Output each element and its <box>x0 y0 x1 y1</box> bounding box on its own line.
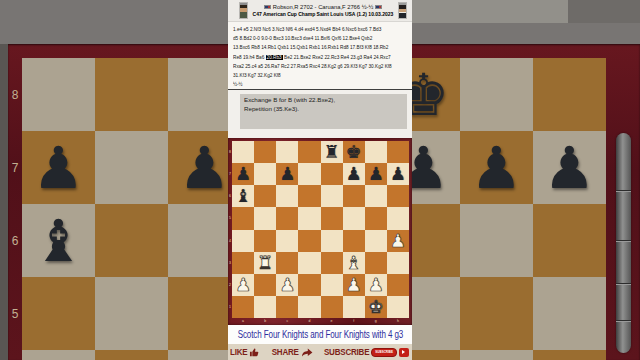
screenshot-root: 8765 ♚♟♟♟♟♟♝ Robson,R 2702 - Caruana,F 2… <box>0 0 640 360</box>
players-result-line: Robson,R 2702 - Caruana,F 2766 ½-½ <box>250 4 396 11</box>
square-a5 <box>232 207 254 229</box>
square-g4 <box>365 230 387 252</box>
us-flag-icon <box>375 5 382 9</box>
background-square <box>95 58 168 131</box>
move-line: Re8 19.h4 Ba6 20.Rb3 Be2 21.Bxe2 Rxe2 22… <box>233 53 409 62</box>
square-h8 <box>387 141 409 163</box>
square-a3 <box>232 252 254 274</box>
square-a6: ♝ <box>232 185 254 207</box>
square-d7 <box>298 163 320 185</box>
square-e5 <box>321 207 343 229</box>
piece-a7: ♟ <box>235 165 251 183</box>
background-square <box>460 350 533 360</box>
piece-f8: ♚ <box>346 143 362 161</box>
move-line: 31.Kf3 Kg7 32.Kg2 Kf8 <box>233 71 409 80</box>
square-a7: ♟ <box>232 163 254 185</box>
current-move-highlight: 20.Rb3 <box>266 55 283 60</box>
square-h1 <box>387 296 409 318</box>
square-g2: ♟ <box>365 274 387 296</box>
annotation-box: Exchange B for B (with 22.Bxe2), Repetit… <box>240 94 407 129</box>
youtube-icon[interactable] <box>399 348 409 357</box>
square-h4: ♟ <box>387 230 409 252</box>
square-f7: ♟ <box>343 163 365 185</box>
background-piece: ♝ <box>22 204 95 277</box>
like-button[interactable]: LIKE <box>230 347 260 357</box>
move-list: 1.e4 e5 2.Nf3 Nc6 3.Nc3 Nf6 4.d4 exd4 5.… <box>228 22 412 89</box>
background-square <box>22 350 95 360</box>
background-rank-label-6: 6 <box>8 204 22 277</box>
square-h2 <box>387 274 409 296</box>
move-line: ½-½ <box>233 80 409 89</box>
us-flag-icon <box>264 5 271 9</box>
background-square <box>22 58 95 131</box>
file-label-g: g <box>365 318 387 325</box>
background-square <box>95 131 168 204</box>
square-b7 <box>254 163 276 185</box>
background-square <box>533 277 606 350</box>
background-square <box>95 277 168 350</box>
panel-gap <box>228 131 412 138</box>
square-c5 <box>276 207 298 229</box>
square-f3: ♝ <box>343 252 365 274</box>
square-h3 <box>387 252 409 274</box>
square-d8 <box>298 141 320 163</box>
square-e6 <box>321 185 343 207</box>
game-header: Robson,R 2702 - Caruana,F 2766 ½-½ C47 A… <box>228 0 412 22</box>
piece-b3: ♜ <box>257 253 273 271</box>
background-square <box>533 350 606 360</box>
background-piece: ♟ <box>22 131 95 204</box>
background-toolbar <box>412 0 568 23</box>
background-square <box>533 58 606 131</box>
actions-bar: LIKE SHARE SUBSCRIBE SUBSCRIBE <box>228 344 412 360</box>
players-result: Robson,R 2702 - Caruana,F 2766 ½-½ <box>273 4 374 11</box>
game-panel: Robson,R 2702 - Caruana,F 2766 ½-½ C47 A… <box>228 0 412 360</box>
background-square <box>533 204 606 277</box>
square-d5 <box>298 207 320 229</box>
square-h7: ♟ <box>387 163 409 185</box>
background-left-edge <box>0 44 8 360</box>
piece-g7: ♟ <box>368 165 384 183</box>
square-b8 <box>254 141 276 163</box>
square-d1 <box>298 296 320 318</box>
white-player-photo <box>239 2 248 19</box>
square-a8 <box>232 141 254 163</box>
background-square <box>460 277 533 350</box>
file-label-c: c <box>276 318 298 325</box>
scroll-bar[interactable] <box>616 133 631 353</box>
file-label-b: b <box>254 318 276 325</box>
square-f5 <box>343 207 365 229</box>
background-square <box>95 204 168 277</box>
annotation-line-2: Repetition (35.Ke3). <box>244 105 403 114</box>
square-d6 <box>298 185 320 207</box>
square-c1 <box>276 296 298 318</box>
file-label-h: h <box>387 318 409 325</box>
square-a2: ♟ <box>232 274 254 296</box>
square-g8 <box>365 141 387 163</box>
share-label: SHARE <box>272 347 299 357</box>
square-g5 <box>365 207 387 229</box>
move-line: 1.e4 e5 2.Nf3 Nc6 3.Nc3 Nf6 4.d4 exd4 5.… <box>233 25 409 34</box>
square-c2: ♟ <box>276 274 298 296</box>
square-b1 <box>254 296 276 318</box>
subscribe-pill-button[interactable]: SUBSCRIBE <box>371 348 397 357</box>
square-f8: ♚ <box>343 141 365 163</box>
square-b5 <box>254 207 276 229</box>
video-title-banner: Scotch Four Knights and Four Knights wit… <box>228 325 412 344</box>
square-b2 <box>254 274 276 296</box>
black-player-photo <box>398 2 407 19</box>
square-c7: ♟ <box>276 163 298 185</box>
move-line: Rxa2 25.c4 a5 26.Ra7 Rc2 27.Rxa5 Rxc4 28… <box>233 62 409 71</box>
square-h5 <box>387 207 409 229</box>
square-c3 <box>276 252 298 274</box>
piece-f2: ♟ <box>346 275 362 293</box>
square-c8 <box>276 141 298 163</box>
piece-a6: ♝ <box>235 187 251 205</box>
diagram-board: ♜♚♟♟♟♟♟♝♟♜♝♟♟♟♟♚ <box>232 141 409 318</box>
background-square <box>460 58 533 131</box>
square-h6 <box>387 185 409 207</box>
annotation-line-1: Exchange B for B (with 22.Bxe2), <box>244 96 403 105</box>
event-info: C47 American Cup Champ Saint Louis USA (… <box>250 11 396 18</box>
file-label-a: a <box>232 318 254 325</box>
file-label-e: e <box>321 318 343 325</box>
background-toolbar-dark <box>568 0 640 23</box>
square-e7 <box>321 163 343 185</box>
piece-c2: ♟ <box>279 275 295 293</box>
share-arrow-icon <box>301 347 313 357</box>
annotation-panel: Exchange B for B (with 22.Bxe2), Repetit… <box>228 89 412 131</box>
square-g7: ♟ <box>365 163 387 185</box>
square-g1: ♚ <box>365 296 387 318</box>
share-button[interactable]: SHARE <box>272 347 313 357</box>
like-label: LIKE <box>230 347 247 357</box>
piece-h4: ♟ <box>390 231 406 249</box>
piece-c7: ♟ <box>279 165 295 183</box>
background-rank-label-5: 5 <box>8 277 22 350</box>
subscribe-button[interactable]: SUBSCRIBE SUBSCRIBE <box>324 348 409 357</box>
piece-h7: ♟ <box>390 165 406 183</box>
piece-e8: ♜ <box>323 143 339 161</box>
subscribe-label: SUBSCRIBE <box>324 347 369 357</box>
video-title: Scotch Four Knights and Four Knights wit… <box>237 329 402 340</box>
square-e4 <box>321 230 343 252</box>
square-g3 <box>365 252 387 274</box>
square-f2: ♟ <box>343 274 365 296</box>
piece-f7: ♟ <box>346 165 362 183</box>
piece-g2: ♟ <box>368 275 384 293</box>
file-label-f: f <box>343 318 365 325</box>
file-label-d: d <box>298 318 320 325</box>
piece-f3: ♝ <box>346 253 362 271</box>
background-square <box>460 204 533 277</box>
square-d2 <box>298 274 320 296</box>
square-f6 <box>343 185 365 207</box>
square-d4 <box>298 230 320 252</box>
background-square <box>22 277 95 350</box>
square-e8: ♜ <box>321 141 343 163</box>
piece-a2: ♟ <box>235 275 251 293</box>
background-rank-label-8: 8 <box>8 58 22 131</box>
diagram-file-labels: abcdefgh <box>232 318 409 325</box>
square-b6 <box>254 185 276 207</box>
square-f1 <box>343 296 365 318</box>
square-e3 <box>321 252 343 274</box>
square-a4 <box>232 230 254 252</box>
square-c4 <box>276 230 298 252</box>
square-e2 <box>321 274 343 296</box>
square-b4 <box>254 230 276 252</box>
piece-g1: ♚ <box>368 297 384 315</box>
square-b3: ♜ <box>254 252 276 274</box>
square-f4 <box>343 230 365 252</box>
background-square <box>95 350 168 360</box>
thumbs-up-icon <box>249 347 260 357</box>
move-line: 13.Bxc6 Rb8 14.Rb1 Qxb1 15.Qxb1 Rxb1 16.… <box>233 43 409 52</box>
background-piece: ♟ <box>533 131 606 204</box>
background-piece: ♟ <box>460 131 533 204</box>
square-e1 <box>321 296 343 318</box>
board-diagram: 87654321 ♜♚♟♟♟♟♟♝♟♜♝♟♟♟♟♚ abcdefgh <box>228 138 412 325</box>
square-g6 <box>365 185 387 207</box>
square-c6 <box>276 185 298 207</box>
square-a1 <box>232 296 254 318</box>
move-line: d5 8.Bd2 0-0 9.0-0 Bxc3 10.Bxc3 dxe4 11.… <box>233 34 409 43</box>
square-d3 <box>298 252 320 274</box>
background-rank-label-7: 7 <box>8 131 22 204</box>
